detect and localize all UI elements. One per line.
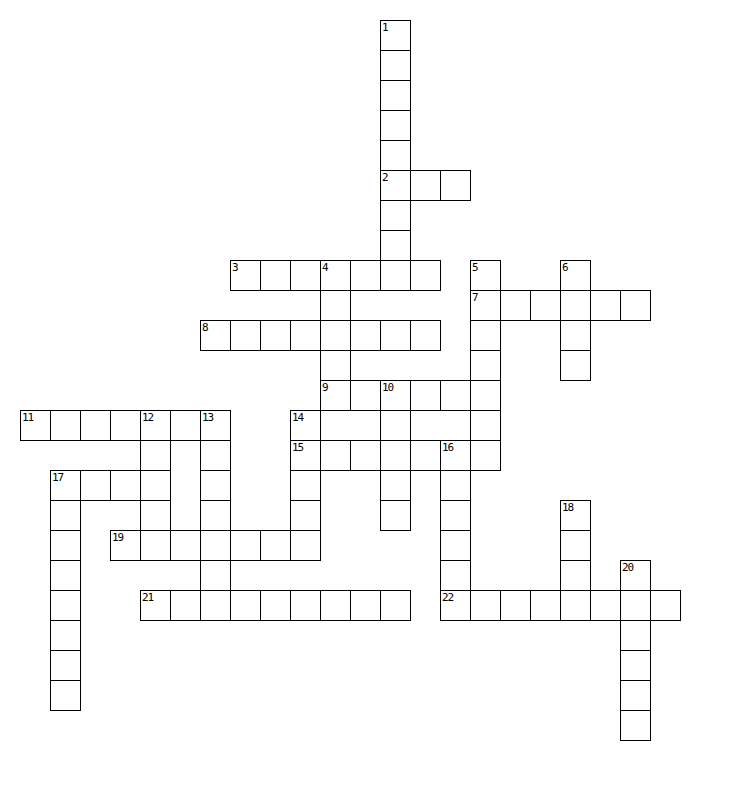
- grid-cell[interactable]: [290, 500, 321, 531]
- grid-cell[interactable]: [170, 590, 201, 621]
- grid-cell[interactable]: [500, 290, 531, 321]
- grid-cell[interactable]: [620, 290, 651, 321]
- grid-cell[interactable]: [320, 440, 351, 471]
- grid-cell[interactable]: [170, 410, 201, 441]
- grid-cell[interactable]: [380, 440, 411, 471]
- grid-cell[interactable]: [140, 410, 171, 441]
- grid-cell[interactable]: [560, 320, 591, 351]
- grid-cell[interactable]: [410, 260, 441, 291]
- grid-cell[interactable]: [590, 590, 621, 621]
- grid-cell[interactable]: [320, 260, 351, 291]
- grid-cell[interactable]: [410, 380, 441, 411]
- grid-cell[interactable]: [260, 320, 291, 351]
- grid-cell[interactable]: [440, 380, 471, 411]
- grid-cell[interactable]: [380, 590, 411, 621]
- grid-cell[interactable]: [470, 350, 501, 381]
- grid-cell[interactable]: [110, 530, 141, 561]
- grid-cell[interactable]: [50, 500, 81, 531]
- grid-cell[interactable]: [350, 440, 381, 471]
- grid-cell[interactable]: [320, 320, 351, 351]
- grid-cell[interactable]: [260, 530, 291, 561]
- grid-cell[interactable]: [530, 290, 561, 321]
- grid-cell[interactable]: [80, 410, 111, 441]
- grid-cell[interactable]: [320, 350, 351, 381]
- grid-cell[interactable]: [380, 20, 411, 51]
- grid-cell[interactable]: [440, 500, 471, 531]
- grid-cell[interactable]: [620, 710, 651, 741]
- grid-cell[interactable]: [620, 620, 651, 651]
- grid-cell[interactable]: [200, 590, 231, 621]
- grid-cell[interactable]: [440, 530, 471, 561]
- grid-cell[interactable]: [380, 470, 411, 501]
- grid-cell[interactable]: [380, 110, 411, 141]
- grid-cell[interactable]: [380, 320, 411, 351]
- grid-cell[interactable]: [470, 380, 501, 411]
- grid-cell[interactable]: [260, 260, 291, 291]
- grid-cell[interactable]: [200, 470, 231, 501]
- grid-cell[interactable]: [590, 290, 621, 321]
- grid-cell[interactable]: [50, 650, 81, 681]
- grid-cell[interactable]: [230, 260, 261, 291]
- grid-cell[interactable]: [560, 260, 591, 291]
- grid-cell[interactable]: [380, 380, 411, 411]
- grid-cell[interactable]: [440, 470, 471, 501]
- grid-cell[interactable]: [380, 260, 411, 291]
- grid-cell[interactable]: [110, 470, 141, 501]
- grid-cell[interactable]: [470, 410, 501, 441]
- grid-cell[interactable]: [470, 590, 501, 621]
- grid-cell[interactable]: [350, 410, 381, 441]
- grid-cell[interactable]: [380, 200, 411, 231]
- grid-cell[interactable]: [560, 290, 591, 321]
- grid-cell[interactable]: [200, 530, 231, 561]
- grid-cell[interactable]: [50, 560, 81, 591]
- grid-cell[interactable]: [320, 590, 351, 621]
- grid-cell[interactable]: [440, 410, 471, 441]
- grid-cell[interactable]: [200, 440, 231, 471]
- grid-cell[interactable]: [350, 320, 381, 351]
- grid-cell[interactable]: [560, 350, 591, 381]
- grid-cell[interactable]: [140, 530, 171, 561]
- grid-cell[interactable]: [470, 290, 501, 321]
- grid-cell[interactable]: [50, 470, 81, 501]
- grid-cell[interactable]: [410, 170, 441, 201]
- grid-cell[interactable]: [380, 80, 411, 111]
- grid-cell[interactable]: [440, 170, 471, 201]
- grid-cell[interactable]: [320, 410, 351, 441]
- grid-cell[interactable]: [230, 320, 261, 351]
- grid-cell[interactable]: [110, 410, 141, 441]
- grid-cell[interactable]: [50, 680, 81, 711]
- grid-cell[interactable]: [620, 650, 651, 681]
- grid-cell[interactable]: [440, 590, 471, 621]
- grid-cell[interactable]: [260, 590, 291, 621]
- grid-cell[interactable]: [620, 680, 651, 711]
- crossword-board: 12345678910111213141516171819202122: [0, 0, 730, 790]
- grid-cell[interactable]: [380, 230, 411, 261]
- grid-cell[interactable]: [140, 590, 171, 621]
- grid-cell[interactable]: [650, 590, 681, 621]
- grid-cell[interactable]: [620, 590, 651, 621]
- grid-cell[interactable]: [50, 530, 81, 561]
- grid-cell[interactable]: [500, 590, 531, 621]
- grid-cell[interactable]: [290, 530, 321, 561]
- grid-cell[interactable]: [230, 590, 261, 621]
- grid-cell[interactable]: [380, 500, 411, 531]
- grid-cell[interactable]: [320, 380, 351, 411]
- grid-cell[interactable]: [290, 410, 321, 441]
- grid-cell[interactable]: [320, 290, 351, 321]
- grid-cell[interactable]: [140, 470, 171, 501]
- grid-cell[interactable]: [620, 560, 651, 591]
- grid-cell[interactable]: [140, 500, 171, 531]
- grid-cell[interactable]: [50, 620, 81, 651]
- grid-cell[interactable]: [230, 530, 261, 561]
- grid-cell[interactable]: [470, 320, 501, 351]
- grid-cell[interactable]: [440, 560, 471, 591]
- grid-cell[interactable]: [290, 470, 321, 501]
- grid-cell[interactable]: [380, 170, 411, 201]
- grid-cell[interactable]: [200, 560, 231, 591]
- grid-cell[interactable]: [290, 590, 321, 621]
- grid-cell[interactable]: [290, 440, 321, 471]
- grid-cell[interactable]: [50, 590, 81, 621]
- grid-cell[interactable]: [560, 500, 591, 531]
- grid-cell[interactable]: [530, 590, 561, 621]
- grid-cell[interactable]: [410, 410, 441, 441]
- grid-cell[interactable]: [200, 410, 231, 441]
- grid-cell[interactable]: [20, 410, 51, 441]
- grid-cell[interactable]: [410, 320, 441, 351]
- grid-cell[interactable]: [380, 50, 411, 81]
- grid-cell[interactable]: [560, 530, 591, 561]
- grid-cell[interactable]: [560, 560, 591, 591]
- grid-cell[interactable]: [350, 380, 381, 411]
- grid-cell[interactable]: [470, 440, 501, 471]
- grid-cell[interactable]: [470, 260, 501, 291]
- grid-cell[interactable]: [50, 410, 81, 441]
- grid-cell[interactable]: [350, 260, 381, 291]
- grid-cell[interactable]: [80, 470, 111, 501]
- grid-cell[interactable]: [410, 440, 441, 471]
- grid-cell[interactable]: [560, 590, 591, 621]
- grid-cell[interactable]: [290, 260, 321, 291]
- grid-cell[interactable]: [200, 500, 231, 531]
- grid-cell[interactable]: [350, 590, 381, 621]
- grid-cell[interactable]: [440, 440, 471, 471]
- grid-cell[interactable]: [170, 530, 201, 561]
- grid-cell[interactable]: [290, 320, 321, 351]
- grid-cell[interactable]: [140, 440, 171, 471]
- grid-cell[interactable]: [380, 410, 411, 441]
- grid-cell[interactable]: [200, 320, 231, 351]
- grid-cell[interactable]: [380, 140, 411, 171]
